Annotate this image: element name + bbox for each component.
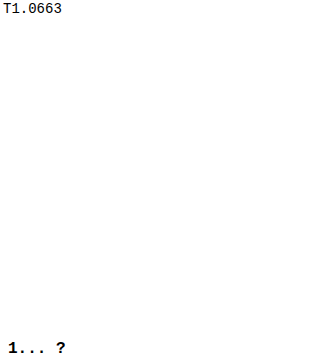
chess-board xyxy=(0,18,320,338)
chess-tactics-app: T1.0663 1... ? xyxy=(0,0,320,360)
puzzle-id: T1.0663 xyxy=(0,0,320,18)
move-prompt: 1... ? xyxy=(0,338,320,360)
